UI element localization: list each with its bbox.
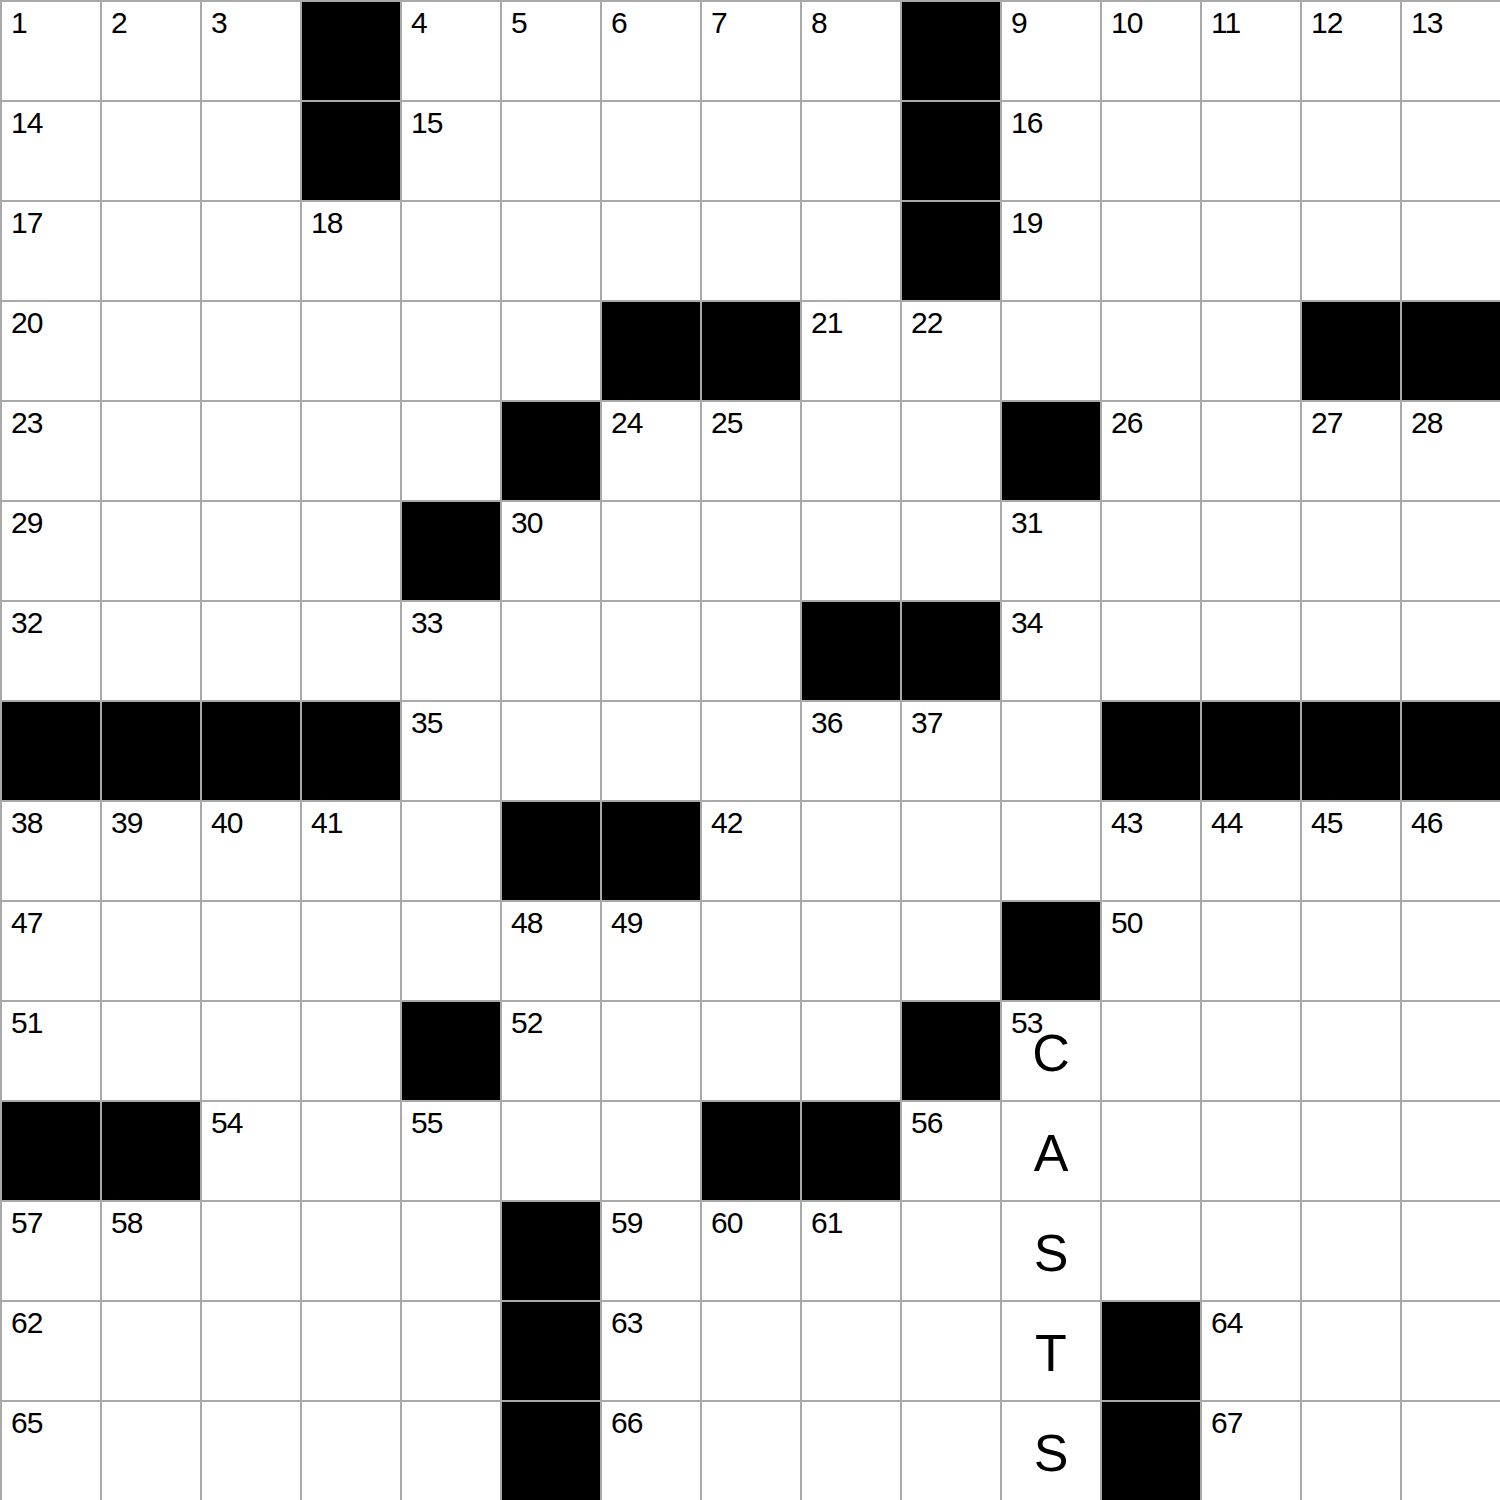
grid-cell[interactable] [1102, 1202, 1200, 1300]
grid-cell[interactable] [1302, 502, 1400, 600]
black-cell [302, 702, 400, 800]
grid-cell[interactable] [302, 1302, 400, 1400]
grid-cell[interactable] [1302, 1002, 1400, 1100]
black-cell [802, 1102, 900, 1200]
grid-cell[interactable]: 26 [1102, 402, 1200, 500]
black-cell [602, 302, 700, 400]
grid-cell[interactable] [402, 1202, 500, 1300]
grid-cell[interactable]: 27 [1302, 402, 1400, 500]
grid-cell[interactable] [602, 202, 700, 300]
grid-cell[interactable]: 35 [402, 702, 500, 800]
black-cell [1102, 1302, 1200, 1400]
grid-cell[interactable] [302, 602, 400, 700]
clue-number: 46 [1411, 807, 1442, 839]
grid-cell[interactable]: T [1002, 1302, 1100, 1400]
grid-cell[interactable] [1002, 702, 1100, 800]
black-cell [502, 1302, 600, 1400]
black-cell [902, 602, 1000, 700]
grid-cell[interactable]: 66 [602, 1402, 700, 1500]
clue-number: 30 [511, 507, 542, 539]
grid-cell[interactable]: 51 [2, 1002, 100, 1100]
grid-cell[interactable] [1302, 102, 1400, 200]
clue-number: 41 [311, 807, 342, 839]
grid-cell[interactable]: 28 [1402, 402, 1500, 500]
clue-number: 47 [11, 907, 42, 939]
grid-cell[interactable]: 29 [2, 502, 100, 600]
grid-cell[interactable] [1102, 1102, 1200, 1200]
grid-cell[interactable] [1402, 1402, 1500, 1500]
grid-cell[interactable] [702, 602, 800, 700]
grid-cell[interactable]: 24 [602, 402, 700, 500]
black-cell [502, 1402, 600, 1500]
clue-number: 27 [1311, 407, 1342, 439]
grid-cell[interactable]: 32 [2, 602, 100, 700]
grid-cell[interactable] [202, 102, 300, 200]
clue-number: 31 [1011, 507, 1042, 539]
grid-cell[interactable]: 57 [2, 1202, 100, 1300]
crossword-grid: 1234567891011121314151617181920212223242… [0, 0, 1500, 1500]
grid-cell[interactable]: 60 [702, 1202, 800, 1300]
grid-cell[interactable] [102, 1002, 200, 1100]
grid-cell[interactable] [1102, 302, 1200, 400]
grid-cell[interactable] [1402, 1202, 1500, 1300]
grid-cell[interactable] [602, 502, 700, 600]
grid-cell[interactable] [1102, 602, 1200, 700]
grid-cell[interactable] [1002, 802, 1100, 900]
grid-cell[interactable]: 58 [102, 1202, 200, 1300]
cell-letter: A [1002, 1102, 1100, 1200]
grid-cell[interactable] [1402, 602, 1500, 700]
grid-cell[interactable] [1402, 1302, 1500, 1400]
grid-cell[interactable] [902, 402, 1000, 500]
grid-cell[interactable]: 49 [602, 902, 700, 1000]
clue-number: 22 [911, 307, 942, 339]
grid-cell[interactable] [402, 202, 500, 300]
grid-cell[interactable]: 36 [802, 702, 900, 800]
grid-cell[interactable] [102, 202, 200, 300]
black-cell [502, 1202, 600, 1300]
grid-cell[interactable] [302, 1102, 400, 1200]
grid-cell[interactable] [1202, 302, 1300, 400]
grid-cell[interactable] [102, 1402, 200, 1500]
clue-number: 58 [111, 1207, 142, 1239]
clue-number: 16 [1011, 107, 1042, 139]
cell-letter: S [1002, 1202, 1100, 1300]
grid-cell[interactable]: 48 [502, 902, 600, 1000]
grid-cell[interactable] [1302, 1102, 1400, 1200]
grid-cell[interactable] [702, 902, 800, 1000]
grid-cell[interactable] [1102, 102, 1200, 200]
grid-cell[interactable]: 47 [2, 902, 100, 1000]
grid-cell[interactable]: 38 [2, 802, 100, 900]
grid-cell[interactable]: 3 [202, 2, 300, 100]
clue-number: 28 [1411, 407, 1442, 439]
clue-number: 50 [1111, 907, 1142, 939]
grid-cell[interactable]: 23 [2, 402, 100, 500]
clue-number: 25 [711, 407, 742, 439]
grid-cell[interactable] [102, 1302, 200, 1400]
grid-cell[interactable]: 8 [802, 2, 900, 100]
grid-cell[interactable]: 15 [402, 102, 500, 200]
grid-cell[interactable] [502, 602, 600, 700]
grid-cell[interactable] [102, 102, 200, 200]
grid-cell[interactable] [902, 1402, 1000, 1500]
clue-number: 38 [11, 807, 42, 839]
grid-cell[interactable]: 39 [102, 802, 200, 900]
black-cell [902, 202, 1000, 300]
grid-cell[interactable] [1302, 602, 1400, 700]
grid-cell[interactable] [702, 1402, 800, 1500]
black-cell [1002, 402, 1100, 500]
grid-cell[interactable]: 4 [402, 2, 500, 100]
grid-cell[interactable]: 34 [1002, 602, 1100, 700]
clue-number: 7 [711, 7, 727, 39]
grid-cell[interactable]: 20 [2, 302, 100, 400]
clue-number: 20 [11, 307, 42, 339]
grid-cell[interactable] [602, 1102, 700, 1200]
grid-cell[interactable]: S [1002, 1202, 1100, 1300]
grid-cell[interactable]: 33 [402, 602, 500, 700]
grid-cell[interactable] [1302, 202, 1400, 300]
grid-cell[interactable] [202, 1002, 300, 1100]
grid-cell[interactable]: 43 [1102, 802, 1200, 900]
clue-number: 62 [11, 1307, 42, 1339]
grid-cell[interactable]: 5 [502, 2, 600, 100]
clue-number: 17 [11, 207, 42, 239]
clue-number: 45 [1311, 807, 1342, 839]
grid-cell[interactable] [802, 502, 900, 600]
clue-number: 63 [611, 1307, 642, 1339]
grid-cell[interactable]: 54 [202, 1102, 300, 1200]
clue-number: 40 [211, 807, 242, 839]
grid-cell[interactable]: 14 [2, 102, 100, 200]
grid-cell[interactable]: 13 [1402, 2, 1500, 100]
black-cell [502, 402, 600, 500]
grid-cell[interactable] [1202, 202, 1300, 300]
grid-cell[interactable]: 17 [2, 202, 100, 300]
clue-number: 59 [611, 1207, 642, 1239]
black-cell [1102, 1402, 1200, 1500]
grid-cell[interactable] [202, 1302, 300, 1400]
grid-cell[interactable] [502, 202, 600, 300]
grid-cell[interactable] [202, 902, 300, 1000]
grid-cell[interactable] [702, 1302, 800, 1400]
grid-cell[interactable]: 9 [1002, 2, 1100, 100]
grid-cell[interactable] [802, 802, 900, 900]
grid-cell[interactable] [1402, 1002, 1500, 1100]
grid-cell[interactable] [1202, 1102, 1300, 1200]
black-cell [702, 302, 800, 400]
clue-number: 13 [1411, 7, 1442, 39]
clue-number: 39 [111, 807, 142, 839]
grid-cell[interactable] [1102, 502, 1200, 600]
grid-cell[interactable] [1202, 1002, 1300, 1100]
grid-cell[interactable] [1402, 1102, 1500, 1200]
grid-cell[interactable] [302, 1002, 400, 1100]
grid-cell[interactable] [1402, 202, 1500, 300]
black-cell [702, 1102, 800, 1200]
clue-number: 1 [11, 7, 27, 39]
grid-cell[interactable] [302, 302, 400, 400]
grid-cell[interactable]: 21 [802, 302, 900, 400]
clue-number: 37 [911, 707, 942, 739]
clue-number: 66 [611, 1407, 642, 1439]
black-cell [802, 602, 900, 700]
grid-cell[interactable]: 2 [102, 2, 200, 100]
clue-number: 12 [1311, 7, 1342, 39]
grid-cell[interactable] [1302, 1402, 1400, 1500]
grid-cell[interactable] [402, 902, 500, 1000]
clue-number: 11 [1211, 7, 1240, 39]
grid-cell[interactable]: 50 [1102, 902, 1200, 1000]
grid-cell[interactable] [302, 402, 400, 500]
grid-cell[interactable]: 30 [502, 502, 600, 600]
black-cell [302, 102, 400, 200]
black-cell [1002, 902, 1100, 1000]
black-cell [502, 802, 600, 900]
clue-number: 48 [511, 907, 542, 939]
clue-number: 15 [411, 107, 442, 139]
clue-number: 26 [1111, 407, 1142, 439]
clue-number: 35 [411, 707, 442, 739]
grid-cell[interactable] [202, 502, 300, 600]
grid-cell[interactable]: 16 [1002, 102, 1100, 200]
grid-cell[interactable] [202, 1202, 300, 1300]
clue-number: 2 [111, 7, 127, 39]
black-cell [902, 2, 1000, 100]
clue-number: 49 [611, 907, 642, 939]
clue-number: 18 [311, 207, 342, 239]
grid-cell[interactable] [1202, 602, 1300, 700]
grid-cell[interactable] [602, 702, 700, 800]
grid-cell[interactable] [802, 1302, 900, 1400]
clue-number: 42 [711, 807, 742, 839]
grid-cell[interactable] [1202, 102, 1300, 200]
black-cell [1302, 702, 1400, 800]
grid-cell[interactable] [702, 1002, 800, 1100]
clue-number: 32 [11, 607, 42, 639]
clue-number: 33 [411, 607, 442, 639]
grid-cell[interactable] [1302, 1202, 1400, 1300]
grid-cell[interactable] [1102, 1002, 1200, 1100]
cell-letter: T [1002, 1302, 1100, 1400]
grid-cell[interactable]: A [1002, 1102, 1100, 1200]
grid-cell[interactable]: 64 [1202, 1302, 1300, 1400]
clue-number: 21 [811, 307, 842, 339]
grid-cell[interactable] [202, 202, 300, 300]
grid-cell[interactable] [802, 1002, 900, 1100]
grid-cell[interactable]: 12 [1302, 2, 1400, 100]
grid-cell[interactable] [802, 902, 900, 1000]
black-cell [1402, 302, 1500, 400]
grid-cell[interactable]: 45 [1302, 802, 1400, 900]
clue-number: 19 [1011, 207, 1042, 239]
black-cell [902, 102, 1000, 200]
grid-cell[interactable]: 37 [902, 702, 1000, 800]
grid-cell[interactable] [1002, 302, 1100, 400]
grid-cell[interactable]: 41 [302, 802, 400, 900]
grid-cell[interactable]: 18 [302, 202, 400, 300]
grid-cell[interactable]: 53C [1002, 1002, 1100, 1100]
clue-number: 6 [611, 7, 627, 39]
grid-cell[interactable]: 62 [2, 1302, 100, 1400]
grid-cell[interactable]: 61 [802, 1202, 900, 1300]
grid-cell[interactable] [1402, 902, 1500, 1000]
grid-cell[interactable] [902, 802, 1000, 900]
grid-cell[interactable] [402, 402, 500, 500]
black-cell [302, 2, 400, 100]
grid-cell[interactable]: 52 [502, 1002, 600, 1100]
clue-number: 43 [1111, 807, 1142, 839]
clue-number: 54 [211, 1107, 242, 1139]
grid-cell[interactable] [502, 302, 600, 400]
grid-cell[interactable] [502, 102, 600, 200]
grid-cell[interactable] [902, 1202, 1000, 1300]
grid-cell[interactable]: 7 [702, 2, 800, 100]
grid-cell[interactable]: 44 [1202, 802, 1300, 900]
grid-cell[interactable]: 11 [1202, 2, 1300, 100]
clue-number: 9 [1011, 7, 1027, 39]
grid-cell[interactable]: 40 [202, 802, 300, 900]
grid-cell[interactable]: 1 [2, 2, 100, 100]
black-cell [1402, 702, 1500, 800]
grid-cell[interactable]: 59 [602, 1202, 700, 1300]
clue-number: 34 [1011, 607, 1042, 639]
grid-cell[interactable] [302, 1402, 400, 1500]
clue-number: 36 [811, 707, 842, 739]
clue-number: 52 [511, 1007, 542, 1039]
cell-letter: C [1002, 1002, 1100, 1100]
black-cell [102, 1102, 200, 1200]
black-cell [1302, 302, 1400, 400]
grid-cell[interactable]: 63 [602, 1302, 700, 1400]
clue-number: 57 [11, 1207, 42, 1239]
clue-number: 5 [511, 7, 527, 39]
black-cell [202, 702, 300, 800]
grid-cell[interactable] [802, 402, 900, 500]
grid-cell[interactable] [802, 1402, 900, 1500]
grid-cell[interactable] [402, 802, 500, 900]
grid-cell[interactable] [102, 302, 200, 400]
grid-cell[interactable] [1202, 902, 1300, 1000]
grid-cell[interactable] [1402, 502, 1500, 600]
clue-number: 56 [911, 1107, 942, 1139]
clue-number: 29 [11, 507, 42, 539]
grid-cell[interactable] [602, 102, 700, 200]
black-cell [402, 1002, 500, 1100]
grid-cell[interactable] [502, 702, 600, 800]
grid-cell[interactable] [902, 502, 1000, 600]
grid-cell[interactable] [202, 302, 300, 400]
grid-cell[interactable]: 10 [1102, 2, 1200, 100]
grid-cell[interactable]: 31 [1002, 502, 1100, 600]
clue-number: 51 [11, 1007, 42, 1039]
grid-cell[interactable] [702, 102, 800, 200]
grid-cell[interactable] [802, 102, 900, 200]
clue-number: 23 [11, 407, 42, 439]
cell-letter: S [1002, 1402, 1100, 1500]
grid-cell[interactable]: 55 [402, 1102, 500, 1200]
clue-number: 10 [1111, 7, 1142, 39]
clue-number: 64 [1211, 1307, 1242, 1339]
grid-cell[interactable] [1202, 1202, 1300, 1300]
clue-number: 14 [11, 107, 42, 139]
grid-cell[interactable] [1302, 1302, 1400, 1400]
grid-cell[interactable] [202, 1402, 300, 1500]
grid-cell[interactable] [702, 202, 800, 300]
grid-cell[interactable]: 42 [702, 802, 800, 900]
grid-cell[interactable] [902, 902, 1000, 1000]
grid-cell[interactable] [1302, 902, 1400, 1000]
grid-cell[interactable] [1102, 202, 1200, 300]
grid-cell[interactable] [602, 602, 700, 700]
grid-cell[interactable] [402, 1402, 500, 1500]
grid-cell[interactable]: 56 [902, 1102, 1000, 1200]
black-cell [1202, 702, 1300, 800]
grid-cell[interactable]: 6 [602, 2, 700, 100]
black-cell [2, 1102, 100, 1200]
grid-cell[interactable] [1202, 502, 1300, 600]
clue-number: 67 [1211, 1407, 1242, 1439]
grid-cell[interactable] [102, 502, 200, 600]
grid-cell[interactable] [602, 1002, 700, 1100]
grid-cell[interactable]: 67 [1202, 1402, 1300, 1500]
grid-cell[interactable] [1402, 102, 1500, 200]
grid-cell[interactable]: 46 [1402, 802, 1500, 900]
clue-number: 61 [811, 1207, 842, 1239]
black-cell [1102, 702, 1200, 800]
grid-cell[interactable] [302, 502, 400, 600]
clue-number: 3 [211, 7, 227, 39]
clue-number: 24 [611, 407, 642, 439]
clue-number: 65 [11, 1407, 42, 1439]
black-cell [902, 1002, 1000, 1100]
clue-number: 55 [411, 1107, 442, 1139]
grid-cell[interactable]: 25 [702, 402, 800, 500]
grid-cell[interactable] [202, 402, 300, 500]
black-cell [602, 802, 700, 900]
clue-number: 60 [711, 1207, 742, 1239]
clue-number: 44 [1211, 807, 1242, 839]
grid-cell[interactable] [702, 702, 800, 800]
grid-cell[interactable]: S [1002, 1402, 1100, 1500]
black-cell [402, 502, 500, 600]
grid-cell[interactable]: 22 [902, 302, 1000, 400]
grid-cell[interactable]: 19 [1002, 202, 1100, 300]
grid-cell[interactable] [802, 202, 900, 300]
black-cell [2, 702, 100, 800]
clue-number: 4 [411, 7, 427, 39]
grid-cell[interactable] [402, 1302, 500, 1400]
grid-cell[interactable] [102, 902, 200, 1000]
grid-cell[interactable] [402, 302, 500, 400]
grid-cell[interactable] [502, 1102, 600, 1200]
grid-cell[interactable] [202, 602, 300, 700]
clue-number: 8 [811, 7, 827, 39]
grid-cell[interactable] [902, 1302, 1000, 1400]
grid-cell[interactable]: 65 [2, 1402, 100, 1500]
grid-cell[interactable] [102, 602, 200, 700]
black-cell [102, 702, 200, 800]
grid-cell[interactable] [302, 902, 400, 1000]
grid-cell[interactable] [102, 402, 200, 500]
grid-cell[interactable] [302, 1202, 400, 1300]
grid-cell[interactable] [702, 502, 800, 600]
grid-cell[interactable] [1202, 402, 1300, 500]
